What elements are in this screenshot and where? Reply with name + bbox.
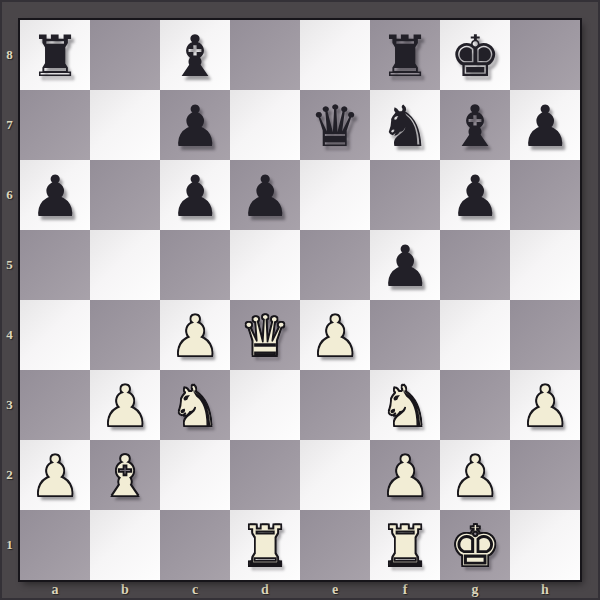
square-f2[interactable]: ♟ <box>370 440 440 510</box>
square-e3[interactable] <box>300 370 370 440</box>
square-g5[interactable] <box>440 230 510 300</box>
black-bishop-g7[interactable]: ♝ <box>449 91 500 160</box>
square-e1[interactable] <box>300 510 370 580</box>
black-knight-f7[interactable]: ♞ <box>379 91 430 160</box>
square-c2[interactable] <box>160 440 230 510</box>
square-g1[interactable]: ♚ <box>440 510 510 580</box>
black-rook-f8[interactable]: ♜ <box>379 21 430 90</box>
square-f7[interactable]: ♞ <box>370 90 440 160</box>
square-e2[interactable] <box>300 440 370 510</box>
white-pawn-g2[interactable]: ♟ <box>449 441 500 510</box>
square-c3[interactable]: ♞ <box>160 370 230 440</box>
square-e4[interactable]: ♟ <box>300 300 370 370</box>
square-c1[interactable] <box>160 510 230 580</box>
square-c4[interactable]: ♟ <box>160 300 230 370</box>
square-h7[interactable]: ♟ <box>510 90 580 160</box>
white-knight-c3[interactable]: ♞ <box>169 371 220 440</box>
square-h6[interactable] <box>510 160 580 230</box>
rank-label-1: 1 <box>0 510 19 580</box>
square-c6[interactable]: ♟ <box>160 160 230 230</box>
square-f5[interactable]: ♟ <box>370 230 440 300</box>
square-g6[interactable]: ♟ <box>440 160 510 230</box>
file-label-c: c <box>160 581 230 599</box>
black-queen-e7[interactable]: ♛ <box>309 91 360 160</box>
square-b8[interactable] <box>90 20 160 90</box>
rank-label-8: 8 <box>0 20 19 90</box>
black-pawn-f5[interactable]: ♟ <box>379 231 430 300</box>
square-d6[interactable]: ♟ <box>230 160 300 230</box>
file-label-a: a <box>20 581 90 599</box>
black-pawn-c6[interactable]: ♟ <box>169 161 220 230</box>
square-f8[interactable]: ♜ <box>370 20 440 90</box>
square-h1[interactable] <box>510 510 580 580</box>
square-a8[interactable]: ♜ <box>20 20 90 90</box>
white-rook-f1[interactable]: ♜ <box>379 511 430 580</box>
square-a1[interactable] <box>20 510 90 580</box>
square-a6[interactable]: ♟ <box>20 160 90 230</box>
square-c7[interactable]: ♟ <box>160 90 230 160</box>
square-d1[interactable]: ♜ <box>230 510 300 580</box>
file-label-b: b <box>90 581 160 599</box>
rank-label-3: 3 <box>0 370 19 440</box>
square-e7[interactable]: ♛ <box>300 90 370 160</box>
square-f4[interactable] <box>370 300 440 370</box>
square-g3[interactable] <box>440 370 510 440</box>
square-e5[interactable] <box>300 230 370 300</box>
square-b4[interactable] <box>90 300 160 370</box>
square-a5[interactable] <box>20 230 90 300</box>
black-king-g8[interactable]: ♚ <box>449 21 500 90</box>
square-g4[interactable] <box>440 300 510 370</box>
square-a3[interactable] <box>20 370 90 440</box>
white-pawn-b3[interactable]: ♟ <box>99 371 150 440</box>
square-d3[interactable] <box>230 370 300 440</box>
square-d4[interactable]: ♛ <box>230 300 300 370</box>
square-e8[interactable] <box>300 20 370 90</box>
square-c5[interactable] <box>160 230 230 300</box>
square-d2[interactable] <box>230 440 300 510</box>
black-bishop-c8[interactable]: ♝ <box>169 21 220 90</box>
file-label-e: e <box>300 581 370 599</box>
square-b2[interactable]: ♝ <box>90 440 160 510</box>
square-g7[interactable]: ♝ <box>440 90 510 160</box>
rank-label-5: 5 <box>0 230 19 300</box>
square-h2[interactable] <box>510 440 580 510</box>
square-a4[interactable] <box>20 300 90 370</box>
black-rook-a8[interactable]: ♜ <box>29 21 80 90</box>
square-g2[interactable]: ♟ <box>440 440 510 510</box>
chess-board: ♜♝♜♚♟♛♞♝♟♟♟♟♟♟♟♛♟♟♞♞♟♟♝♟♟♜♜♚ <box>20 20 580 580</box>
file-label-h: h <box>510 581 580 599</box>
black-pawn-g6[interactable]: ♟ <box>449 161 500 230</box>
square-b5[interactable] <box>90 230 160 300</box>
square-f6[interactable] <box>370 160 440 230</box>
square-h8[interactable] <box>510 20 580 90</box>
square-a2[interactable]: ♟ <box>20 440 90 510</box>
white-knight-f3[interactable]: ♞ <box>379 371 430 440</box>
square-g8[interactable]: ♚ <box>440 20 510 90</box>
white-pawn-h3[interactable]: ♟ <box>519 371 570 440</box>
black-pawn-d6[interactable]: ♟ <box>239 161 290 230</box>
black-pawn-c7[interactable]: ♟ <box>169 91 220 160</box>
white-pawn-a2[interactable]: ♟ <box>29 441 80 510</box>
square-c8[interactable]: ♝ <box>160 20 230 90</box>
square-a7[interactable] <box>20 90 90 160</box>
square-b3[interactable]: ♟ <box>90 370 160 440</box>
white-rook-d1[interactable]: ♜ <box>239 511 290 580</box>
square-f1[interactable]: ♜ <box>370 510 440 580</box>
white-pawn-c4[interactable]: ♟ <box>169 301 220 370</box>
white-pawn-e4[interactable]: ♟ <box>309 301 360 370</box>
square-b7[interactable] <box>90 90 160 160</box>
rank-label-6: 6 <box>0 160 19 230</box>
square-b1[interactable] <box>90 510 160 580</box>
square-h4[interactable] <box>510 300 580 370</box>
white-pawn-f2[interactable]: ♟ <box>379 441 430 510</box>
rank-label-4: 4 <box>0 300 19 370</box>
chess-board-frame: 87654321 abcdefgh ♜♝♜♚♟♛♞♝♟♟♟♟♟♟♟♛♟♟♞♞♟♟… <box>0 0 600 600</box>
rank-label-2: 2 <box>0 440 19 510</box>
black-pawn-h7[interactable]: ♟ <box>519 91 570 160</box>
white-queen-d4[interactable]: ♛ <box>239 301 290 370</box>
rank-label-7: 7 <box>0 90 19 160</box>
file-label-f: f <box>370 581 440 599</box>
square-d7[interactable] <box>230 90 300 160</box>
white-bishop-b2[interactable]: ♝ <box>99 441 150 510</box>
square-h5[interactable] <box>510 230 580 300</box>
file-label-d: d <box>230 581 300 599</box>
square-d5[interactable] <box>230 230 300 300</box>
square-f3[interactable]: ♞ <box>370 370 440 440</box>
file-label-g: g <box>440 581 510 599</box>
black-pawn-a6[interactable]: ♟ <box>29 161 80 230</box>
square-b6[interactable] <box>90 160 160 230</box>
square-h3[interactable]: ♟ <box>510 370 580 440</box>
square-d8[interactable] <box>230 20 300 90</box>
square-e6[interactable] <box>300 160 370 230</box>
white-king-g1[interactable]: ♚ <box>449 511 500 580</box>
